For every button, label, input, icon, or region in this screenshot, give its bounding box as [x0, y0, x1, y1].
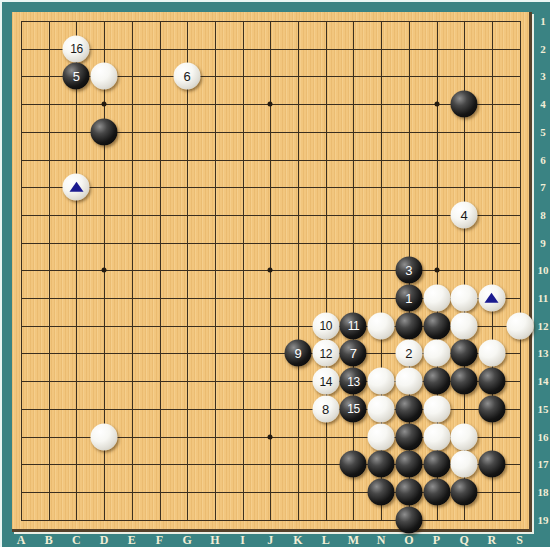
stone-white-D3	[91, 63, 118, 90]
stone-white-O13: 2	[395, 340, 422, 367]
column-label-D: D	[95, 533, 113, 547]
move-number: 6	[184, 70, 191, 83]
row-label-15: 15	[535, 403, 550, 415]
stone-white-O14	[395, 368, 422, 395]
column-label-E: E	[123, 533, 141, 547]
stone-black-D5	[91, 118, 118, 145]
column-label-C: C	[67, 533, 85, 547]
star-point	[434, 268, 439, 273]
column-label-O: O	[400, 533, 418, 547]
row-label-6: 6	[535, 154, 550, 166]
stone-black-N18	[368, 478, 395, 505]
stone-black-Q4	[451, 91, 478, 118]
column-label-Q: Q	[455, 533, 473, 547]
grid-line	[298, 21, 299, 521]
row-label-9: 9	[535, 237, 550, 249]
stone-white-R13	[478, 340, 505, 367]
stone-white-Q17	[451, 451, 478, 478]
stone-black-O11: 1	[395, 285, 422, 312]
row-label-13: 13	[535, 347, 550, 359]
stone-white-N16	[368, 423, 395, 450]
stone-black-R15	[478, 395, 505, 422]
stone-white-N14	[368, 368, 395, 395]
stone-black-O16	[395, 423, 422, 450]
grid-line	[326, 21, 327, 521]
stone-white-P16	[423, 423, 450, 450]
stone-black-M13: 7	[340, 340, 367, 367]
stone-white-Q12	[451, 312, 478, 339]
stone-white-N15	[368, 395, 395, 422]
move-number: 4	[461, 208, 468, 221]
stone-black-O19	[395, 506, 422, 533]
stone-white-C7	[63, 174, 90, 201]
row-label-5: 5	[535, 126, 550, 138]
move-number: 16	[70, 43, 82, 55]
row-label-2: 2	[535, 43, 550, 55]
column-label-P: P	[428, 533, 446, 547]
star-point	[268, 434, 273, 439]
row-label-3: 3	[535, 70, 550, 82]
column-label-M: M	[344, 533, 362, 547]
row-label-10: 10	[535, 264, 550, 276]
stone-black-P18	[423, 478, 450, 505]
row-label-16: 16	[535, 431, 550, 443]
move-number: 1	[405, 292, 412, 305]
stone-black-R17	[478, 451, 505, 478]
stone-black-N17	[368, 451, 395, 478]
star-point	[268, 268, 273, 273]
stone-white-L14: 14	[312, 368, 339, 395]
stone-white-D16	[91, 423, 118, 450]
move-number: 11	[348, 320, 359, 332]
stone-white-R11	[478, 285, 505, 312]
star-point	[102, 102, 107, 107]
stone-white-Q11	[451, 285, 478, 312]
go-board-window: 16564311011912721413815 ABCDEFGHIJKLMNOP…	[0, 0, 550, 547]
stone-black-M17	[340, 451, 367, 478]
stone-black-P17	[423, 451, 450, 478]
column-label-F: F	[151, 533, 169, 547]
column-label-H: H	[206, 533, 224, 547]
row-label-8: 8	[535, 209, 550, 221]
stone-black-K13: 9	[285, 340, 312, 367]
stone-black-M14: 13	[340, 368, 367, 395]
move-number: 14	[320, 375, 332, 387]
star-point	[102, 268, 107, 273]
grid-line	[353, 21, 354, 521]
stone-black-P14	[423, 368, 450, 395]
row-label-1: 1	[535, 15, 550, 27]
row-label-17: 17	[535, 458, 550, 470]
row-label-18: 18	[535, 486, 550, 498]
go-board[interactable]: 16564311011912721413815	[12, 12, 532, 532]
row-label-19: 19	[535, 514, 550, 526]
move-number: 9	[294, 347, 301, 360]
stone-white-P13	[423, 340, 450, 367]
grid-line	[492, 21, 493, 521]
stone-black-Q18	[451, 478, 478, 505]
move-number: 8	[322, 402, 329, 415]
stone-white-G3: 6	[174, 63, 201, 90]
column-label-S: S	[511, 533, 529, 547]
stone-black-M15: 15	[340, 395, 367, 422]
stone-black-M12: 11	[340, 312, 367, 339]
stone-white-C2: 16	[63, 35, 90, 62]
star-point	[434, 102, 439, 107]
row-label-4: 4	[535, 98, 550, 110]
stone-white-P15	[423, 395, 450, 422]
stone-white-L12: 10	[312, 312, 339, 339]
row-label-7: 7	[535, 181, 550, 193]
move-number: 7	[350, 347, 357, 360]
stone-white-N12	[368, 312, 395, 339]
move-number: 13	[347, 375, 359, 387]
move-number: 3	[405, 264, 412, 277]
column-label-J: J	[261, 533, 279, 547]
row-label-11: 11	[535, 292, 550, 304]
column-label-K: K	[289, 533, 307, 547]
move-number: 15	[347, 403, 359, 415]
column-label-N: N	[372, 533, 390, 547]
star-point	[268, 102, 273, 107]
move-number: 2	[405, 347, 412, 360]
stone-black-P12	[423, 312, 450, 339]
stone-black-O15	[395, 395, 422, 422]
stone-white-P11	[423, 285, 450, 312]
stone-black-O10: 3	[395, 257, 422, 284]
triangle-marker-icon	[485, 292, 499, 302]
grid-line	[21, 520, 521, 521]
stone-white-Q8: 4	[451, 201, 478, 228]
stone-black-C3: 5	[63, 63, 90, 90]
stone-black-R14	[478, 368, 505, 395]
stone-black-O18	[395, 478, 422, 505]
row-label-14: 14	[535, 375, 550, 387]
stone-black-O12	[395, 312, 422, 339]
column-label-I: I	[234, 533, 252, 547]
stone-black-O17	[395, 451, 422, 478]
stone-white-Q16	[451, 423, 478, 450]
row-label-12: 12	[535, 320, 550, 332]
stone-black-Q13	[451, 340, 478, 367]
stone-white-L15: 8	[312, 395, 339, 422]
move-number: 12	[320, 347, 332, 359]
stone-black-Q14	[451, 368, 478, 395]
column-label-R: R	[483, 533, 501, 547]
stone-white-L13: 12	[312, 340, 339, 367]
column-label-L: L	[317, 533, 335, 547]
grid-line	[520, 21, 521, 521]
triangle-marker-icon	[69, 181, 83, 191]
column-label-G: G	[178, 533, 196, 547]
column-label-B: B	[40, 533, 58, 547]
move-number: 5	[73, 70, 80, 83]
stone-white-S12	[506, 312, 533, 339]
column-label-A: A	[12, 533, 30, 547]
move-number: 10	[320, 320, 332, 332]
